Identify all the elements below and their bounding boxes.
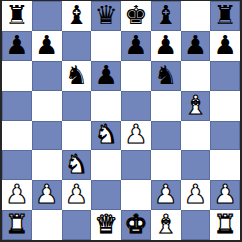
black-pawn-piece: ♟ xyxy=(124,32,147,58)
square-e4[interactable]: ♟ xyxy=(121,121,151,151)
square-b2[interactable]: ♟ xyxy=(32,180,62,210)
square-g7[interactable]: ♟ xyxy=(181,31,211,61)
square-e5[interactable] xyxy=(121,91,151,121)
square-b4[interactable] xyxy=(32,121,62,151)
black-pawn-piece: ♟ xyxy=(154,32,177,58)
square-f4[interactable] xyxy=(151,121,181,151)
white-pawn-piece: ♟ xyxy=(124,121,147,147)
square-d3[interactable] xyxy=(91,150,121,180)
white-bishop-piece: ♝ xyxy=(184,92,207,118)
black-pawn-piece: ♟ xyxy=(94,62,117,88)
white-pawn-piece: ♟ xyxy=(65,181,88,207)
black-pawn-piece: ♟ xyxy=(5,32,28,58)
square-c5[interactable] xyxy=(62,91,92,121)
square-f6[interactable]: ♞ xyxy=(151,61,181,91)
black-bishop-piece: ♝ xyxy=(65,2,88,28)
white-knight-piece: ♞ xyxy=(94,121,117,147)
black-pawn-piece: ♟ xyxy=(184,32,207,58)
black-pawn-piece: ♟ xyxy=(213,32,236,58)
square-c2[interactable]: ♟ xyxy=(62,180,92,210)
square-f3[interactable] xyxy=(151,150,181,180)
square-a3[interactable] xyxy=(2,150,32,180)
square-d7[interactable] xyxy=(91,31,121,61)
square-f5[interactable] xyxy=(151,91,181,121)
square-f8[interactable]: ♝ xyxy=(151,1,181,31)
black-rook-piece: ♜ xyxy=(213,2,236,28)
square-c7[interactable] xyxy=(62,31,92,61)
square-h7[interactable]: ♟ xyxy=(210,31,240,61)
square-f7[interactable]: ♟ xyxy=(151,31,181,61)
white-pawn-piece: ♟ xyxy=(154,181,177,207)
square-e1[interactable]: ♚ xyxy=(121,210,151,240)
chess-board: ♜♝♛♚♝♜♟♟♟♟♟♟♞♟♞♝♞♟♞♟♟♟♟♟♟♜♛♚♝♜ xyxy=(0,0,242,242)
white-rook-piece: ♜ xyxy=(5,211,28,237)
square-e3[interactable] xyxy=(121,150,151,180)
white-king-piece: ♚ xyxy=(124,211,147,237)
square-b7[interactable]: ♟ xyxy=(32,31,62,61)
white-pawn-piece: ♟ xyxy=(213,181,236,207)
square-d2[interactable] xyxy=(91,180,121,210)
black-knight-piece: ♞ xyxy=(65,62,88,88)
square-d4[interactable]: ♞ xyxy=(91,121,121,151)
square-g1[interactable] xyxy=(181,210,211,240)
square-d1[interactable]: ♛ xyxy=(91,210,121,240)
square-a7[interactable]: ♟ xyxy=(2,31,32,61)
square-b5[interactable] xyxy=(32,91,62,121)
square-e2[interactable] xyxy=(121,180,151,210)
square-h3[interactable] xyxy=(210,150,240,180)
square-c3[interactable]: ♞ xyxy=(62,150,92,180)
square-h8[interactable]: ♜ xyxy=(210,1,240,31)
square-b6[interactable] xyxy=(32,61,62,91)
square-e8[interactable]: ♚ xyxy=(121,1,151,31)
black-rook-piece: ♜ xyxy=(5,2,28,28)
square-b8[interactable] xyxy=(32,1,62,31)
square-h1[interactable]: ♜ xyxy=(210,210,240,240)
square-a6[interactable] xyxy=(2,61,32,91)
square-d6[interactable]: ♟ xyxy=(91,61,121,91)
square-c1[interactable] xyxy=(62,210,92,240)
white-bishop-piece: ♝ xyxy=(154,211,177,237)
square-a5[interactable] xyxy=(2,91,32,121)
black-knight-piece: ♞ xyxy=(154,62,177,88)
square-a1[interactable]: ♜ xyxy=(2,210,32,240)
square-a2[interactable]: ♟ xyxy=(2,180,32,210)
square-g4[interactable] xyxy=(181,121,211,151)
square-a4[interactable] xyxy=(2,121,32,151)
square-e7[interactable]: ♟ xyxy=(121,31,151,61)
square-d5[interactable] xyxy=(91,91,121,121)
square-f2[interactable]: ♟ xyxy=(151,180,181,210)
square-c4[interactable] xyxy=(62,121,92,151)
white-knight-piece: ♞ xyxy=(65,151,88,177)
square-f1[interactable]: ♝ xyxy=(151,210,181,240)
square-c6[interactable]: ♞ xyxy=(62,61,92,91)
white-pawn-piece: ♟ xyxy=(184,181,207,207)
square-g3[interactable] xyxy=(181,150,211,180)
square-e6[interactable] xyxy=(121,61,151,91)
square-h5[interactable] xyxy=(210,91,240,121)
square-a8[interactable]: ♜ xyxy=(2,1,32,31)
square-h2[interactable]: ♟ xyxy=(210,180,240,210)
black-pawn-piece: ♟ xyxy=(35,32,58,58)
white-queen-piece: ♛ xyxy=(94,211,117,237)
square-b3[interactable] xyxy=(32,150,62,180)
square-g2[interactable]: ♟ xyxy=(181,180,211,210)
white-pawn-piece: ♟ xyxy=(35,181,58,207)
black-bishop-piece: ♝ xyxy=(154,2,177,28)
black-king-piece: ♚ xyxy=(124,2,147,28)
black-queen-piece: ♛ xyxy=(94,2,117,28)
white-pawn-piece: ♟ xyxy=(5,181,28,207)
square-c8[interactable]: ♝ xyxy=(62,1,92,31)
square-h6[interactable] xyxy=(210,61,240,91)
square-h4[interactable] xyxy=(210,121,240,151)
square-b1[interactable] xyxy=(32,210,62,240)
square-g5[interactable]: ♝ xyxy=(181,91,211,121)
square-g6[interactable] xyxy=(181,61,211,91)
white-rook-piece: ♜ xyxy=(213,211,236,237)
square-g8[interactable] xyxy=(181,1,211,31)
square-d8[interactable]: ♛ xyxy=(91,1,121,31)
